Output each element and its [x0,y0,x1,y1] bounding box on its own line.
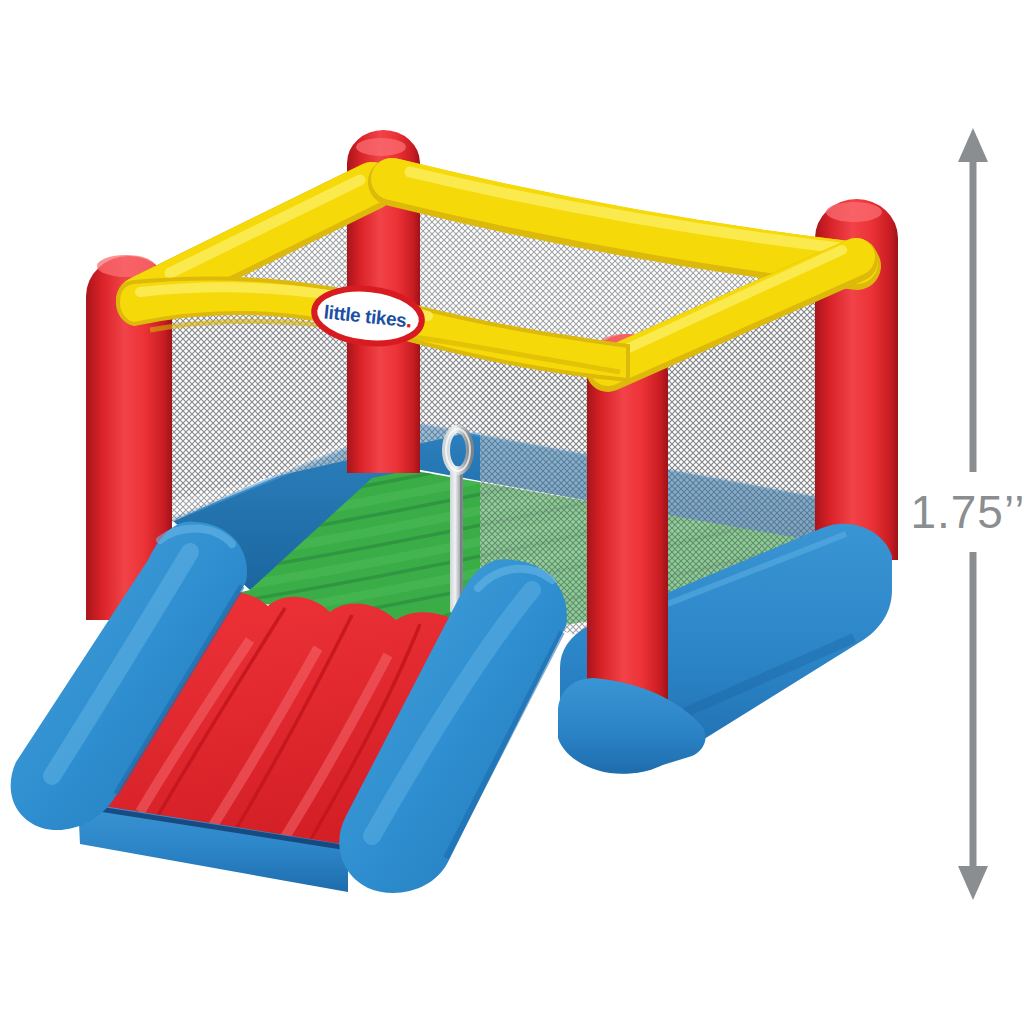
arrow-up-icon [958,128,988,162]
dimension-label: 1.75’’ [910,486,1024,538]
arrow-down-icon [958,866,988,900]
product-photo-page: little tikes. 1.75’’ [0,0,1024,1024]
corner-post-front [587,334,668,714]
bounce-house-illustration: little tikes. 1.75’’ [0,0,1024,1024]
